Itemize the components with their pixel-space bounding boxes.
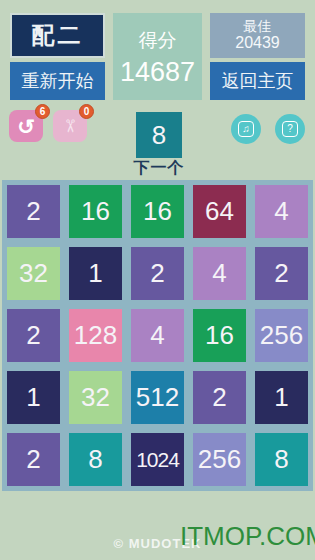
- best-panel: 最佳 20439: [210, 13, 305, 58]
- site-watermark: ITMOP.COM: [180, 522, 315, 551]
- best-value: 20439: [235, 34, 280, 52]
- app-screen: 配二 得分 14687 最佳 20439 重新开始 返回主页 ↺ 6 ✂ 0 8…: [0, 0, 315, 560]
- music-toggle-button[interactable]: ♫: [231, 114, 261, 144]
- help-button[interactable]: ?: [275, 114, 305, 144]
- tile-r3c3: 4: [131, 309, 184, 362]
- score-panel: 得分 14687: [113, 13, 202, 100]
- tile-r3c4: 16: [193, 309, 246, 362]
- score-value: 14687: [120, 57, 195, 88]
- next-tile-label: 下一个: [126, 158, 192, 179]
- score-label: 得分: [139, 28, 177, 54]
- tile-r4c2: 32: [69, 371, 122, 424]
- music-note-icon: ♫: [238, 121, 254, 137]
- tile-r5c5: 8: [255, 433, 308, 486]
- undo-button[interactable]: ↺ 6: [9, 110, 43, 142]
- tile-r4c5: 1: [255, 371, 308, 424]
- tile-r2c4: 4: [193, 247, 246, 300]
- undo-icon: ↺: [17, 116, 35, 137]
- scissors-button[interactable]: ✂ 0: [53, 110, 87, 142]
- restart-button[interactable]: 重新开始: [10, 62, 105, 100]
- tile-r5c3: 1024: [131, 433, 184, 486]
- tile-r2c3: 2: [131, 247, 184, 300]
- tile-r1c2: 16: [69, 185, 122, 238]
- game-title: 配二: [10, 13, 105, 58]
- tile-r2c1: 32: [7, 247, 60, 300]
- tile-r4c3: 512: [131, 371, 184, 424]
- tile-r4c4: 2: [193, 371, 246, 424]
- undo-count-badge: 6: [35, 104, 50, 119]
- tile-r5c2: 8: [69, 433, 122, 486]
- tile-r3c5: 256: [255, 309, 308, 362]
- tile-r5c1: 2: [7, 433, 60, 486]
- tile-r4c1: 1: [7, 371, 60, 424]
- tile-r3c2: 128: [69, 309, 122, 362]
- scissors-count-badge: 0: [79, 104, 94, 119]
- tile-r3c1: 2: [7, 309, 60, 362]
- best-label: 最佳: [244, 18, 272, 34]
- home-button[interactable]: 返回主页: [210, 62, 305, 100]
- tile-r2c5: 2: [255, 247, 308, 300]
- tile-r5c4: 256: [193, 433, 246, 486]
- tile-r1c5: 4: [255, 185, 308, 238]
- tile-r2c2: 1: [69, 247, 122, 300]
- next-tile-preview: 8: [136, 112, 182, 158]
- question-mark-icon: ?: [282, 121, 298, 137]
- scissors-icon: ✂: [61, 118, 79, 133]
- tile-r1c3: 16: [131, 185, 184, 238]
- tile-r1c1: 2: [7, 185, 60, 238]
- tile-r1c4: 64: [193, 185, 246, 238]
- game-board[interactable]: 2161664432124221284162561325122128102425…: [2, 180, 313, 491]
